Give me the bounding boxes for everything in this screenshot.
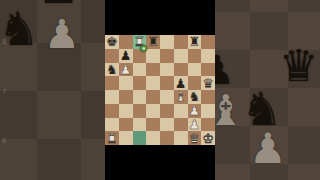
square-e3[interactable] bbox=[160, 104, 174, 118]
square-g6[interactable] bbox=[188, 63, 202, 77]
square-d5[interactable] bbox=[146, 76, 160, 90]
square-h1[interactable]: ♚ bbox=[201, 131, 215, 145]
white-bishop: ♝ bbox=[175, 90, 187, 103]
square-d8[interactable]: ♜ bbox=[146, 35, 160, 49]
white-rook: ♜ bbox=[106, 131, 118, 144]
square-d7[interactable] bbox=[146, 49, 160, 63]
square-h5[interactable]: ♛ bbox=[201, 76, 215, 90]
black-rook: ♜ bbox=[147, 35, 159, 48]
square-b2[interactable] bbox=[119, 118, 133, 132]
square-h8[interactable] bbox=[201, 35, 215, 49]
bg-rank-label: 7 bbox=[2, 88, 6, 96]
square-d6[interactable] bbox=[146, 63, 160, 77]
square-a3[interactable] bbox=[105, 104, 119, 118]
black-pawn: ♟ bbox=[175, 76, 187, 89]
square-h4[interactable] bbox=[201, 90, 215, 104]
bg-rank-label: 8 bbox=[2, 38, 6, 46]
square-e1[interactable] bbox=[160, 131, 174, 145]
white-pawn-silhouette: ♟ bbox=[44, 14, 80, 54]
white-king: ♚ bbox=[202, 131, 214, 144]
square-e8[interactable] bbox=[160, 35, 174, 49]
black-queen: ♛ bbox=[202, 76, 214, 89]
square-e5[interactable] bbox=[160, 76, 174, 90]
black-king: ♚ bbox=[106, 35, 118, 48]
square-c6[interactable] bbox=[133, 63, 147, 77]
black-knight-silhouette: ♞ bbox=[241, 86, 282, 132]
white-pawn-silhouette: ♟ bbox=[249, 128, 287, 170]
square-a6[interactable]: ♞ bbox=[105, 63, 119, 77]
square-a8[interactable]: ♚ bbox=[105, 35, 119, 49]
video-frame: ♟♞♟876 ♟♛♝♞♟ ♚♜★♜♜♟♞♟♟♛♝♞♟♟♜♛♚ bbox=[0, 0, 320, 180]
square-g1[interactable]: ♛ bbox=[188, 131, 202, 145]
square-d3[interactable] bbox=[146, 104, 160, 118]
white-pawn: ♟ bbox=[189, 104, 201, 117]
black-queen-silhouette: ♛ bbox=[279, 44, 318, 88]
square-h3[interactable] bbox=[201, 104, 215, 118]
black-pawn: ♟ bbox=[120, 49, 132, 62]
white-pawn: ♟ bbox=[189, 117, 201, 130]
square-g8[interactable]: ♜ bbox=[188, 35, 202, 49]
square-b6[interactable]: ♟ bbox=[119, 63, 133, 77]
square-e6[interactable] bbox=[160, 63, 174, 77]
square-c3[interactable] bbox=[133, 104, 147, 118]
square-f2[interactable] bbox=[174, 118, 188, 132]
square-d4[interactable] bbox=[146, 90, 160, 104]
black-rook: ♜ bbox=[189, 35, 201, 48]
square-e2[interactable] bbox=[160, 118, 174, 132]
square-b5[interactable] bbox=[119, 76, 133, 90]
square-c2[interactable] bbox=[133, 118, 147, 132]
square-c5[interactable] bbox=[133, 76, 147, 90]
background-board-left: ♟♞♟876 bbox=[0, 0, 105, 180]
background-board-right: ♟♛♝♞♟ bbox=[215, 0, 320, 180]
square-c4[interactable] bbox=[133, 90, 147, 104]
best-move-badge: ★ bbox=[140, 45, 147, 52]
white-queen: ♛ bbox=[189, 131, 201, 144]
square-b1[interactable] bbox=[119, 131, 133, 145]
square-c8[interactable]: ♜★ bbox=[133, 35, 147, 49]
bg-rank-label: 6 bbox=[2, 137, 6, 145]
square-h7[interactable] bbox=[201, 49, 215, 63]
square-a1[interactable]: ♜ bbox=[105, 131, 119, 145]
square-f3[interactable] bbox=[174, 104, 188, 118]
black-knight: ♞ bbox=[189, 90, 201, 103]
square-a4[interactable] bbox=[105, 90, 119, 104]
square-a5[interactable] bbox=[105, 76, 119, 90]
black-piece-bottom-edge: ♟ bbox=[38, 0, 79, 10]
black-knight: ♞ bbox=[106, 62, 118, 75]
square-b4[interactable] bbox=[119, 90, 133, 104]
square-f1[interactable] bbox=[174, 131, 188, 145]
square-e4[interactable] bbox=[160, 90, 174, 104]
square-f4[interactable]: ♝ bbox=[174, 90, 188, 104]
square-b3[interactable] bbox=[119, 104, 133, 118]
square-f8[interactable] bbox=[174, 35, 188, 49]
white-pawn: ♟ bbox=[120, 62, 132, 75]
square-d1[interactable] bbox=[146, 131, 160, 145]
square-c1[interactable] bbox=[133, 131, 147, 145]
square-f7[interactable] bbox=[174, 49, 188, 63]
square-d2[interactable] bbox=[146, 118, 160, 132]
chess-board[interactable]: ♚♜★♜♜♟♞♟♟♛♝♞♟♟♜♛♚ bbox=[105, 35, 215, 145]
square-e7[interactable] bbox=[160, 49, 174, 63]
square-g7[interactable] bbox=[188, 49, 202, 63]
